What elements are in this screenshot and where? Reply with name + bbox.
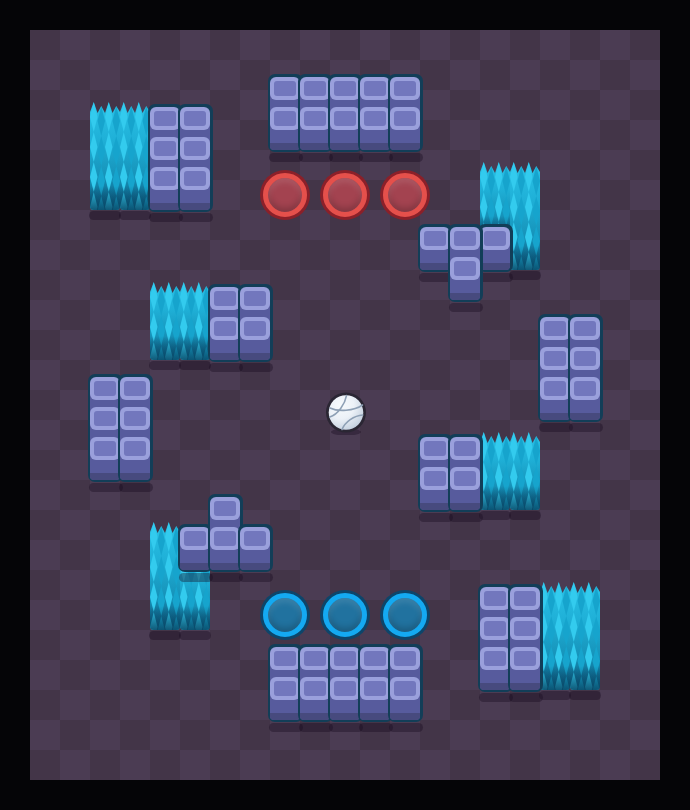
wall-top-face xyxy=(300,107,330,130)
wall-front-face xyxy=(570,330,600,420)
wall-block xyxy=(238,284,273,362)
wall-top-inner xyxy=(304,81,326,96)
ground-shadow xyxy=(179,631,211,640)
wall-top-face xyxy=(180,107,210,130)
wall-top-face xyxy=(420,437,450,460)
wall-top-face xyxy=(240,527,270,550)
blue-spawn-pad xyxy=(263,593,307,637)
wall-top-face xyxy=(240,287,270,310)
wall-top-face xyxy=(150,137,180,160)
wall-top-face xyxy=(210,497,240,520)
ground-shadow xyxy=(479,273,513,282)
ground-shadow xyxy=(209,363,243,372)
wall-top-inner xyxy=(214,501,236,516)
wall-top-inner xyxy=(574,381,596,396)
wall-top-inner xyxy=(454,471,476,486)
wall-front-face xyxy=(150,120,180,210)
ground-shadow xyxy=(209,573,243,582)
wall-top-inner xyxy=(394,81,416,96)
wall-front-base xyxy=(360,143,390,150)
spike-hedge xyxy=(540,580,570,690)
wall-front-base xyxy=(120,473,150,480)
wall-front-base xyxy=(240,353,270,360)
wall-top-inner xyxy=(574,351,596,366)
wall-front-base xyxy=(450,503,480,510)
wall-top-inner xyxy=(424,441,446,456)
wall-top-inner xyxy=(124,411,146,426)
wall-block xyxy=(388,644,423,722)
wall-top-inner xyxy=(214,321,236,336)
wall-top-inner xyxy=(574,321,596,336)
ground-shadow xyxy=(569,691,601,700)
wall-top-inner xyxy=(154,111,176,126)
wall-top-face xyxy=(150,107,180,130)
wall-top-face xyxy=(390,107,420,130)
wall-front-base xyxy=(330,143,360,150)
ground-shadow xyxy=(89,483,123,492)
wall-top-face xyxy=(570,317,600,340)
ground-shadow xyxy=(539,691,571,700)
wall-front-base xyxy=(390,143,420,150)
wall-front-base xyxy=(90,473,120,480)
wall-top-face xyxy=(390,677,420,700)
wall-block xyxy=(448,224,483,302)
wall-top-inner xyxy=(364,681,386,696)
wall-top-face xyxy=(450,257,480,280)
ground-shadow xyxy=(149,631,181,640)
wall-top-inner xyxy=(124,381,146,396)
wall-top-inner xyxy=(154,171,176,186)
wall-top-inner xyxy=(514,591,536,606)
ground-shadow xyxy=(359,153,393,162)
ground-shadow xyxy=(179,573,213,582)
wall-front-base xyxy=(390,713,420,720)
ground-shadow xyxy=(359,723,393,732)
spike-hedge xyxy=(120,100,150,210)
wall-top-inner xyxy=(394,681,416,696)
wall-block xyxy=(478,224,513,272)
wall-block xyxy=(178,104,213,212)
wall-top-face xyxy=(570,347,600,370)
spike-hedge xyxy=(510,160,540,270)
wall-top-face xyxy=(150,167,180,190)
wall-block xyxy=(388,74,423,152)
wall-top-inner xyxy=(274,681,296,696)
wall-top-face xyxy=(360,107,390,130)
wall-front-face xyxy=(480,600,510,690)
wall-top-inner xyxy=(364,651,386,666)
wall-top-inner xyxy=(274,111,296,126)
wall-front-base xyxy=(180,563,210,570)
wall-top-inner xyxy=(124,441,146,456)
ground-shadow xyxy=(299,153,333,162)
ground-shadow xyxy=(569,423,603,432)
wall-top-face xyxy=(570,377,600,400)
wall-top-inner xyxy=(364,81,386,96)
wall-top-face xyxy=(90,407,120,430)
wall-top-inner xyxy=(334,681,356,696)
wall-top-inner xyxy=(514,621,536,636)
wall-front-face xyxy=(180,120,210,210)
wall-front-face xyxy=(510,600,540,690)
wall-front-face xyxy=(120,390,150,480)
wall-top-face xyxy=(330,107,360,130)
wall-top-inner xyxy=(544,381,566,396)
ground-shadow xyxy=(119,483,153,492)
wall-top-face xyxy=(270,77,300,100)
wall-front-base xyxy=(210,353,240,360)
ground-shadow xyxy=(389,723,423,732)
wall-top-inner xyxy=(184,531,206,546)
red-spawn-pad xyxy=(383,173,427,217)
ground-shadow xyxy=(269,723,303,732)
ground-shadow xyxy=(479,693,513,702)
spike-hedge xyxy=(150,280,180,360)
wall-top-inner xyxy=(274,651,296,666)
wall-front-base xyxy=(270,713,300,720)
wall-front-base xyxy=(300,713,330,720)
wall-top-face xyxy=(90,437,120,460)
blue-spawn-pad xyxy=(383,593,427,637)
wall-front-face xyxy=(90,390,120,480)
ground-shadow xyxy=(269,153,303,162)
wall-top-inner xyxy=(424,471,446,486)
wall-top-face xyxy=(510,647,540,670)
wall-top-face xyxy=(330,677,360,700)
wall-top-face xyxy=(330,647,360,670)
wall-top-inner xyxy=(514,651,536,666)
wall-top-inner xyxy=(454,441,476,456)
wall-top-face xyxy=(210,527,240,550)
wall-top-inner xyxy=(454,231,476,246)
wall-top-inner xyxy=(394,111,416,126)
wall-top-face xyxy=(510,587,540,610)
wall-top-face xyxy=(210,317,240,340)
wall-front-base xyxy=(450,293,480,300)
wall-top-face xyxy=(210,287,240,310)
wall-top-inner xyxy=(334,651,356,666)
wall-top-face xyxy=(180,527,210,550)
wall-top-face xyxy=(180,137,210,160)
wall-top-face xyxy=(120,407,150,430)
wall-top-face xyxy=(480,617,510,640)
wall-top-face xyxy=(510,617,540,640)
wall-top-inner xyxy=(484,231,506,246)
wall-top-face xyxy=(480,647,510,670)
wall-block xyxy=(508,584,543,692)
wall-top-inner xyxy=(274,81,296,96)
wall-top-inner xyxy=(244,531,266,546)
ground-shadow xyxy=(149,213,183,222)
wall-top-inner xyxy=(244,291,266,306)
red-spawn-pad xyxy=(263,173,307,217)
wall-top-face xyxy=(450,467,480,490)
wall-front-base xyxy=(180,203,210,210)
wall-top-inner xyxy=(184,111,206,126)
wall-top-face xyxy=(360,77,390,100)
ground-shadow xyxy=(299,723,333,732)
wall-front-base xyxy=(420,263,450,270)
wall-top-face xyxy=(390,77,420,100)
ground-shadow xyxy=(389,153,423,162)
wall-front-base xyxy=(240,563,270,570)
wall-top-face xyxy=(480,227,510,250)
ground-shadow xyxy=(329,723,363,732)
wall-top-face xyxy=(300,677,330,700)
wall-top-inner xyxy=(484,621,506,636)
spike-hedge xyxy=(90,100,120,210)
wall-front-base xyxy=(300,143,330,150)
wall-top-face xyxy=(420,467,450,490)
ground-shadow xyxy=(239,363,273,372)
wall-front-base xyxy=(420,503,450,510)
spike-hedge xyxy=(180,280,210,360)
volleyball xyxy=(324,391,368,435)
wall-top-face xyxy=(300,77,330,100)
wall-top-inner xyxy=(94,411,116,426)
wall-front-base xyxy=(570,413,600,420)
wall-top-inner xyxy=(304,111,326,126)
wall-top-face xyxy=(450,227,480,250)
wall-block xyxy=(568,314,603,422)
wall-front-base xyxy=(210,563,240,570)
wall-top-inner xyxy=(94,381,116,396)
wall-front-base xyxy=(150,203,180,210)
wall-top-inner xyxy=(334,111,356,126)
wall-top-inner xyxy=(304,681,326,696)
ground-shadow xyxy=(509,271,541,280)
ground-shadow xyxy=(509,693,543,702)
wall-top-face xyxy=(360,647,390,670)
wall-top-face xyxy=(450,437,480,460)
wall-top-face xyxy=(270,677,300,700)
wall-block xyxy=(118,374,153,482)
wall-top-inner xyxy=(214,531,236,546)
wall-top-inner xyxy=(94,441,116,456)
wall-front-base xyxy=(270,143,300,150)
red-spawn-pad xyxy=(323,173,367,217)
ground-shadow xyxy=(179,361,211,370)
wall-top-face xyxy=(420,227,450,250)
ground-shadow xyxy=(179,213,213,222)
wall-top-inner xyxy=(484,651,506,666)
wall-front-base xyxy=(510,683,540,690)
ground-shadow xyxy=(239,573,273,582)
game-board[interactable] xyxy=(30,30,660,780)
map-frame xyxy=(0,0,690,810)
wall-top-face xyxy=(360,677,390,700)
wall-top-face xyxy=(240,317,270,340)
ground-shadow xyxy=(479,511,511,520)
wall-front-base xyxy=(480,683,510,690)
wall-top-inner xyxy=(364,111,386,126)
wall-top-inner xyxy=(214,291,236,306)
ground-shadow xyxy=(89,211,121,220)
wall-top-inner xyxy=(484,591,506,606)
wall-top-face xyxy=(120,377,150,400)
wall-top-face xyxy=(390,647,420,670)
wall-top-face xyxy=(540,317,570,340)
wall-top-inner xyxy=(244,321,266,336)
wall-top-face xyxy=(540,347,570,370)
wall-top-face xyxy=(540,377,570,400)
ground-shadow xyxy=(419,513,453,522)
spike-hedge xyxy=(150,520,180,630)
blue-spawn-pad xyxy=(323,593,367,637)
wall-block xyxy=(238,524,273,572)
wall-top-face xyxy=(180,167,210,190)
wall-front-base xyxy=(540,413,570,420)
wall-top-inner xyxy=(544,351,566,366)
wall-top-face xyxy=(270,107,300,130)
wall-top-inner xyxy=(184,141,206,156)
wall-top-face xyxy=(120,437,150,460)
wall-top-inner xyxy=(154,141,176,156)
ground-shadow xyxy=(329,153,363,162)
ground-shadow xyxy=(509,511,541,520)
wall-top-face xyxy=(330,77,360,100)
wall-top-inner xyxy=(394,651,416,666)
ground-shadow xyxy=(149,361,181,370)
wall-top-face xyxy=(300,647,330,670)
ground-shadow xyxy=(539,423,573,432)
wall-front-base xyxy=(360,713,390,720)
wall-front-face xyxy=(540,330,570,420)
spike-hedge xyxy=(480,430,510,510)
wall-top-inner xyxy=(424,231,446,246)
wall-top-inner xyxy=(304,651,326,666)
ground-shadow xyxy=(449,513,483,522)
wall-front-base xyxy=(330,713,360,720)
wall-top-inner xyxy=(454,261,476,276)
wall-top-face xyxy=(480,587,510,610)
spike-hedge xyxy=(570,580,600,690)
ground-shadow xyxy=(119,211,151,220)
wall-front-base xyxy=(480,263,510,270)
wall-top-inner xyxy=(544,321,566,336)
ground-shadow xyxy=(449,303,483,312)
wall-top-face xyxy=(270,647,300,670)
wall-top-face xyxy=(90,377,120,400)
wall-block xyxy=(448,434,483,512)
wall-top-inner xyxy=(334,81,356,96)
spike-hedge xyxy=(510,430,540,510)
wall-top-inner xyxy=(184,171,206,186)
